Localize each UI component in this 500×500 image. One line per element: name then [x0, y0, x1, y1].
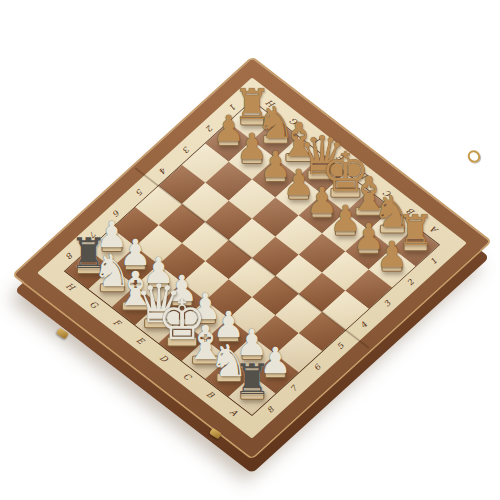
piece-brown-pawn-a2[interactable]: ♟: [376, 236, 408, 272]
brass-clasp: [465, 148, 483, 166]
piece-grey-rook-a8[interactable]: ♜: [233, 358, 271, 400]
chess-set-photo: ♜♞♝♛♚♝♞♜♟♟♟♟♟♟♟♟♟♟♟♟♟♟♟♟♜♞♝♛♚♝♞♜ HH11GG2…: [0, 0, 500, 500]
board: ♜♞♝♛♚♝♞♜♟♟♟♟♟♟♟♟♟♟♟♟♟♟♟♟♜♞♝♛♚♝♞♜ HH11GG2…: [14, 58, 489, 457]
